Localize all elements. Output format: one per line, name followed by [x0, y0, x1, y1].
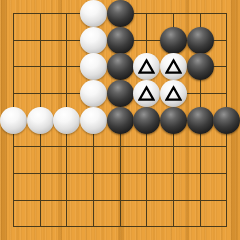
stone-black-h8[interactable] — [187, 27, 214, 54]
stone-black-h5[interactable] — [187, 107, 214, 134]
stone-black-g5[interactable] — [160, 107, 187, 134]
stone-black-e8[interactable] — [107, 27, 134, 54]
stone-black-g8[interactable] — [160, 27, 187, 54]
stone-white-f7[interactable] — [133, 53, 160, 80]
stone-white-d8[interactable] — [80, 27, 107, 54]
triangle-mark-icon — [165, 58, 182, 75]
stone-white-c5[interactable] — [53, 107, 80, 134]
stone-white-g6[interactable] — [160, 80, 187, 107]
stone-white-b5[interactable] — [27, 107, 54, 134]
stone-white-g7[interactable] — [160, 53, 187, 80]
grid-line-horizontal-5 — [13, 146, 227, 147]
stone-black-e6[interactable] — [107, 80, 134, 107]
stone-black-j5[interactable] — [213, 107, 240, 134]
stone-white-d6[interactable] — [80, 80, 107, 107]
stone-black-f5[interactable] — [133, 107, 160, 134]
triangle-mark-icon — [165, 85, 182, 102]
stone-white-f6[interactable] — [133, 80, 160, 107]
stone-white-a5[interactable] — [0, 107, 27, 134]
grid-line-horizontal-8 — [13, 226, 227, 227]
stone-white-d9[interactable] — [80, 0, 107, 27]
stone-white-d5[interactable] — [80, 107, 107, 134]
grid-line-horizontal-6 — [13, 173, 227, 174]
go-board[interactable] — [0, 0, 240, 240]
triangle-mark-icon — [138, 85, 155, 102]
stone-black-h7[interactable] — [187, 53, 214, 80]
stone-black-e7[interactable] — [107, 53, 134, 80]
triangle-mark-icon — [138, 58, 155, 75]
stone-white-d7[interactable] — [80, 53, 107, 80]
grid-line-horizontal-7 — [13, 200, 227, 201]
stone-black-e9[interactable] — [107, 0, 134, 27]
stone-black-e5[interactable] — [107, 107, 134, 134]
